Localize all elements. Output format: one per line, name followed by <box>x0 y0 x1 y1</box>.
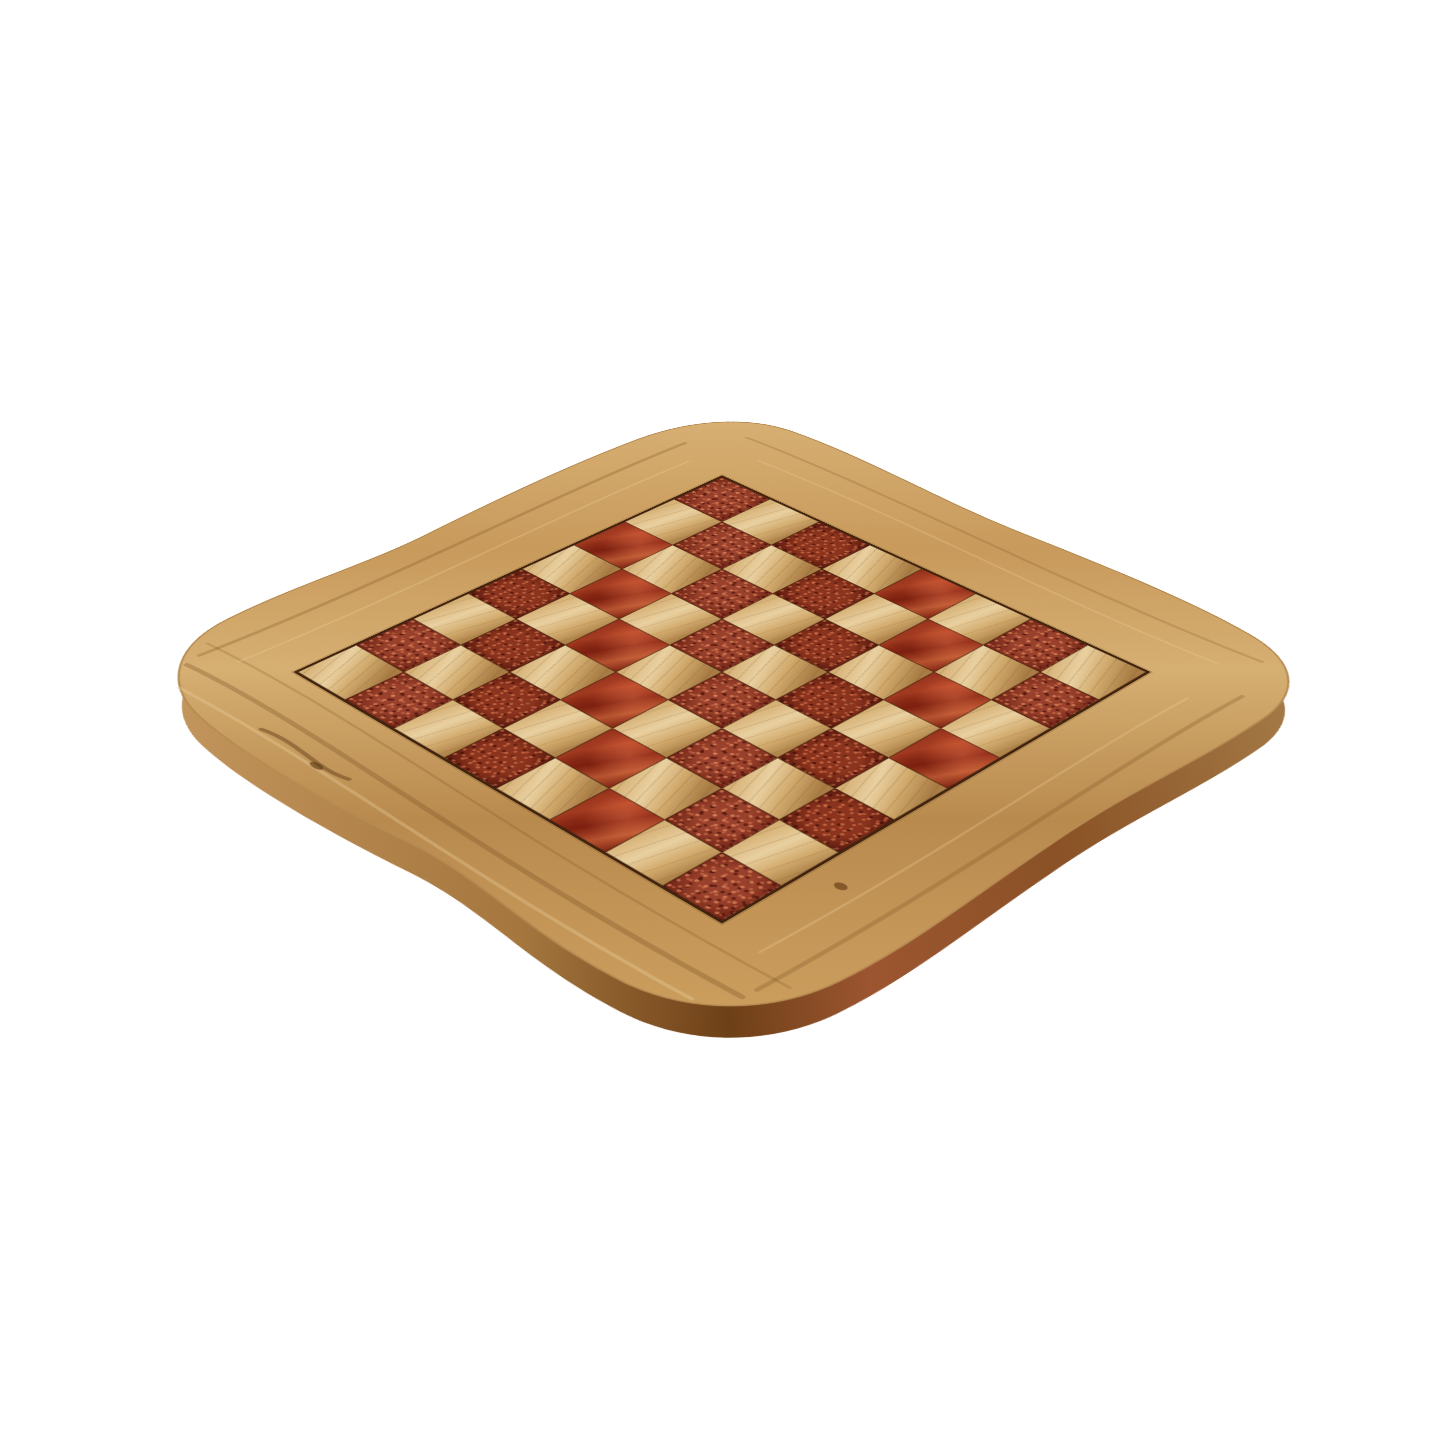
chess-board <box>86 395 1359 1073</box>
photo-background <box>0 0 1445 1445</box>
